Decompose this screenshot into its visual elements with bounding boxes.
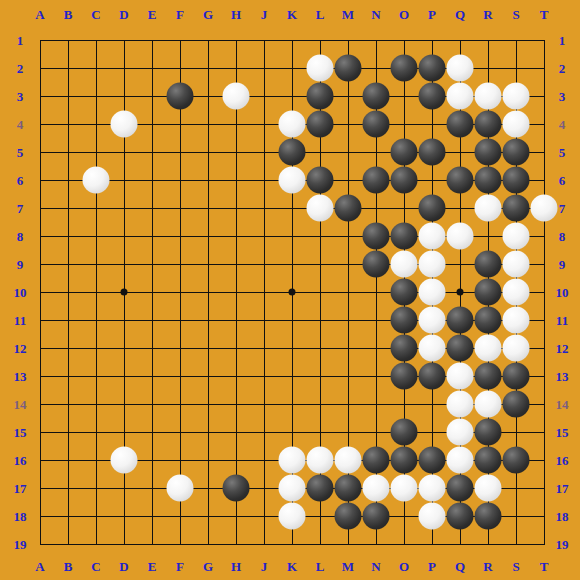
right-coord-label-13: 13 <box>556 370 569 383</box>
stone-white-L2 <box>307 55 334 82</box>
stone-white-P8 <box>419 223 446 250</box>
stone-white-C6 <box>83 167 110 194</box>
stone-black-S7 <box>503 195 530 222</box>
left-coord-label-14: 14 <box>14 398 27 411</box>
stone-black-M2 <box>335 55 362 82</box>
stone-black-L3 <box>307 83 334 110</box>
left-coord-label-11: 11 <box>14 314 26 327</box>
stone-white-Q8 <box>447 223 474 250</box>
right-coord-label-6: 6 <box>559 174 566 187</box>
right-coord-label-5: 5 <box>559 146 566 159</box>
bottom-coord-label-H: H <box>231 560 241 573</box>
stone-black-R18 <box>475 503 502 530</box>
top-coord-label-G: G <box>203 8 213 21</box>
left-coord-label-7: 7 <box>17 202 24 215</box>
stone-black-O5 <box>391 139 418 166</box>
stone-black-N8 <box>363 223 390 250</box>
stone-black-Q12 <box>447 335 474 362</box>
top-coord-label-A: A <box>35 8 44 21</box>
stone-black-P2 <box>419 55 446 82</box>
right-coord-label-16: 16 <box>556 454 569 467</box>
stone-white-K16 <box>279 447 306 474</box>
star-point-Q10 <box>457 289 464 296</box>
stone-white-R14 <box>475 391 502 418</box>
right-coord-label-10: 10 <box>556 286 569 299</box>
top-coord-label-O: O <box>399 8 409 21</box>
stone-black-P13 <box>419 363 446 390</box>
stone-white-R7 <box>475 195 502 222</box>
stone-black-R4 <box>475 111 502 138</box>
stone-black-R13 <box>475 363 502 390</box>
right-coord-label-15: 15 <box>556 426 569 439</box>
left-coord-label-19: 19 <box>14 538 27 551</box>
stone-black-R5 <box>475 139 502 166</box>
stone-black-K5 <box>279 139 306 166</box>
stone-black-R9 <box>475 251 502 278</box>
left-coord-label-8: 8 <box>17 230 24 243</box>
left-coord-label-1: 1 <box>17 34 24 47</box>
left-coord-label-4: 4 <box>17 118 24 131</box>
bottom-coord-label-F: F <box>176 560 184 573</box>
stone-black-Q6 <box>447 167 474 194</box>
stone-black-H17 <box>223 475 250 502</box>
bottom-coord-label-J: J <box>261 560 268 573</box>
stone-black-O10 <box>391 279 418 306</box>
top-coord-label-F: F <box>176 8 184 21</box>
left-coord-label-9: 9 <box>17 258 24 271</box>
left-coord-label-5: 5 <box>17 146 24 159</box>
stone-white-T7 <box>531 195 558 222</box>
stone-black-Q4 <box>447 111 474 138</box>
stone-black-N3 <box>363 83 390 110</box>
right-coord-label-8: 8 <box>559 230 566 243</box>
stone-black-N18 <box>363 503 390 530</box>
stone-white-R3 <box>475 83 502 110</box>
top-coord-label-Q: Q <box>455 8 465 21</box>
bottom-coord-label-L: L <box>316 560 325 573</box>
stone-black-N6 <box>363 167 390 194</box>
stone-white-P11 <box>419 307 446 334</box>
top-coord-label-C: C <box>91 8 100 21</box>
stone-white-K18 <box>279 503 306 530</box>
stone-black-M17 <box>335 475 362 502</box>
go-board[interactable]: AABBCCDDEEFFGGHHJJKKLLMMNNOOPPQQRRSSTT11… <box>0 0 580 580</box>
stone-white-P12 <box>419 335 446 362</box>
top-coord-label-N: N <box>371 8 380 21</box>
stone-black-L4 <box>307 111 334 138</box>
bottom-coord-label-K: K <box>287 560 297 573</box>
stone-white-K17 <box>279 475 306 502</box>
right-coord-label-2: 2 <box>559 62 566 75</box>
stone-black-M18 <box>335 503 362 530</box>
bottom-coord-label-A: A <box>35 560 44 573</box>
right-coord-label-7: 7 <box>559 202 566 215</box>
bottom-coord-label-Q: Q <box>455 560 465 573</box>
bottom-coord-label-S: S <box>512 560 519 573</box>
stone-black-Q18 <box>447 503 474 530</box>
left-coord-label-18: 18 <box>14 510 27 523</box>
bottom-coord-label-G: G <box>203 560 213 573</box>
stone-black-N16 <box>363 447 390 474</box>
top-coord-label-M: M <box>342 8 354 21</box>
stone-black-O12 <box>391 335 418 362</box>
stone-black-Q17 <box>447 475 474 502</box>
bottom-coord-label-M: M <box>342 560 354 573</box>
stone-white-Q3 <box>447 83 474 110</box>
stone-white-Q16 <box>447 447 474 474</box>
stone-white-R12 <box>475 335 502 362</box>
stone-white-Q15 <box>447 419 474 446</box>
star-point-K10 <box>289 289 296 296</box>
stone-black-M7 <box>335 195 362 222</box>
stone-black-F3 <box>167 83 194 110</box>
top-coord-label-H: H <box>231 8 241 21</box>
stone-black-O8 <box>391 223 418 250</box>
stone-white-F17 <box>167 475 194 502</box>
stone-black-R16 <box>475 447 502 474</box>
stone-black-S16 <box>503 447 530 474</box>
bottom-coord-label-B: B <box>64 560 73 573</box>
stone-white-O9 <box>391 251 418 278</box>
stone-white-P10 <box>419 279 446 306</box>
right-coord-label-14: 14 <box>556 398 569 411</box>
stone-white-S8 <box>503 223 530 250</box>
stone-white-D16 <box>111 447 138 474</box>
stone-white-Q2 <box>447 55 474 82</box>
top-coord-label-E: E <box>148 8 157 21</box>
star-point-D10 <box>121 289 128 296</box>
bottom-coord-label-R: R <box>483 560 492 573</box>
left-coord-label-10: 10 <box>14 286 27 299</box>
stone-black-R10 <box>475 279 502 306</box>
stone-white-R17 <box>475 475 502 502</box>
right-coord-label-11: 11 <box>556 314 568 327</box>
stone-black-O2 <box>391 55 418 82</box>
bottom-coord-label-E: E <box>148 560 157 573</box>
left-coord-label-2: 2 <box>17 62 24 75</box>
bottom-coord-label-D: D <box>119 560 128 573</box>
stone-black-O15 <box>391 419 418 446</box>
stone-white-L16 <box>307 447 334 474</box>
right-coord-label-9: 9 <box>559 258 566 271</box>
bottom-coord-label-T: T <box>540 560 549 573</box>
bottom-coord-label-N: N <box>371 560 380 573</box>
stone-black-R6 <box>475 167 502 194</box>
top-coord-label-D: D <box>119 8 128 21</box>
right-coord-label-19: 19 <box>556 538 569 551</box>
stone-white-P17 <box>419 475 446 502</box>
stone-black-S13 <box>503 363 530 390</box>
top-coord-label-J: J <box>261 8 268 21</box>
stone-black-N9 <box>363 251 390 278</box>
stone-black-L17 <box>307 475 334 502</box>
top-coord-label-K: K <box>287 8 297 21</box>
bottom-coord-label-C: C <box>91 560 100 573</box>
bottom-coord-label-P: P <box>428 560 436 573</box>
stone-black-L6 <box>307 167 334 194</box>
stone-white-O17 <box>391 475 418 502</box>
stone-white-S9 <box>503 251 530 278</box>
stone-white-Q14 <box>447 391 474 418</box>
top-coord-label-B: B <box>64 8 73 21</box>
left-coord-label-6: 6 <box>17 174 24 187</box>
stone-black-Q11 <box>447 307 474 334</box>
right-coord-label-17: 17 <box>556 482 569 495</box>
stone-white-P18 <box>419 503 446 530</box>
stone-white-K6 <box>279 167 306 194</box>
right-coord-label-12: 12 <box>556 342 569 355</box>
stone-white-L7 <box>307 195 334 222</box>
stone-black-N4 <box>363 111 390 138</box>
right-coord-label-18: 18 <box>556 510 569 523</box>
stone-white-Q13 <box>447 363 474 390</box>
stone-white-D4 <box>111 111 138 138</box>
right-coord-label-4: 4 <box>559 118 566 131</box>
stone-white-S12 <box>503 335 530 362</box>
top-coord-label-S: S <box>512 8 519 21</box>
stone-black-S6 <box>503 167 530 194</box>
stone-black-P16 <box>419 447 446 474</box>
right-coord-label-1: 1 <box>559 34 566 47</box>
stone-black-O11 <box>391 307 418 334</box>
stone-white-M16 <box>335 447 362 474</box>
top-coord-label-R: R <box>483 8 492 21</box>
stone-black-S14 <box>503 391 530 418</box>
stone-black-O16 <box>391 447 418 474</box>
stone-white-H3 <box>223 83 250 110</box>
top-coord-label-P: P <box>428 8 436 21</box>
bottom-coord-label-O: O <box>399 560 409 573</box>
stone-white-P9 <box>419 251 446 278</box>
stone-black-P5 <box>419 139 446 166</box>
stone-black-R15 <box>475 419 502 446</box>
left-coord-label-12: 12 <box>14 342 27 355</box>
stone-white-S11 <box>503 307 530 334</box>
stone-white-K4 <box>279 111 306 138</box>
stone-black-O6 <box>391 167 418 194</box>
stone-black-P3 <box>419 83 446 110</box>
stone-black-P7 <box>419 195 446 222</box>
left-coord-label-3: 3 <box>17 90 24 103</box>
stone-black-S5 <box>503 139 530 166</box>
stone-white-S10 <box>503 279 530 306</box>
top-coord-label-T: T <box>540 8 549 21</box>
right-coord-label-3: 3 <box>559 90 566 103</box>
stone-black-R11 <box>475 307 502 334</box>
left-coord-label-13: 13 <box>14 370 27 383</box>
left-coord-label-16: 16 <box>14 454 27 467</box>
left-coord-label-17: 17 <box>14 482 27 495</box>
top-coord-label-L: L <box>316 8 325 21</box>
stone-black-O13 <box>391 363 418 390</box>
stone-white-S3 <box>503 83 530 110</box>
stone-white-S4 <box>503 111 530 138</box>
left-coord-label-15: 15 <box>14 426 27 439</box>
stone-white-N17 <box>363 475 390 502</box>
